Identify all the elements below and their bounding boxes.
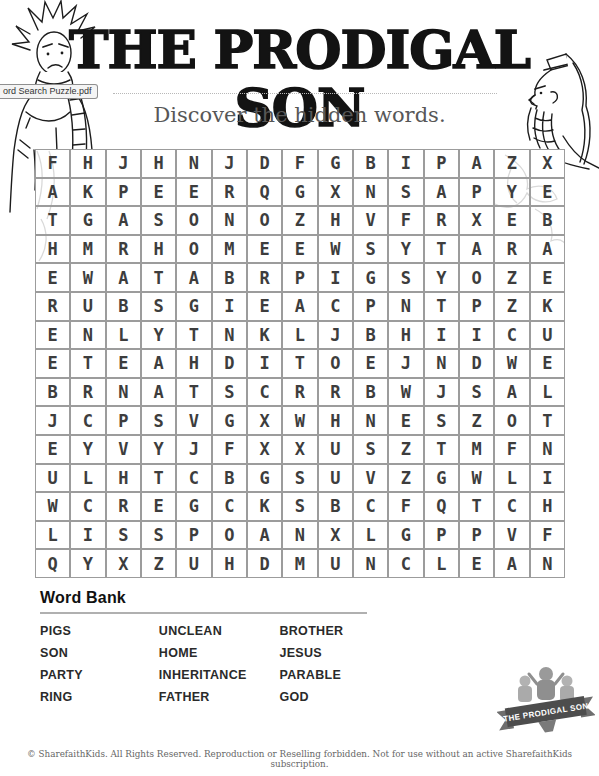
- grid-cell-r9c14: A: [494, 378, 529, 407]
- grid-cell-r13c1: W: [35, 492, 70, 521]
- grid-cell-r12c14: L: [494, 464, 529, 493]
- grid-cell-r11c10: S: [353, 435, 388, 464]
- grid-cell-r2c1: A: [35, 178, 70, 207]
- grid-cell-r12c12: G: [424, 464, 459, 493]
- grid-cell-r5c7: R: [247, 263, 282, 292]
- grid-cell-r3c1: T: [35, 206, 70, 235]
- grid-cell-r4c3: R: [106, 235, 141, 264]
- grid-cell-r15c9: U: [318, 549, 353, 578]
- grid-cell-r10c4: S: [141, 406, 176, 435]
- grid-cell-r13c10: C: [353, 492, 388, 521]
- grid-cell-r12c6: B: [212, 464, 247, 493]
- grid-cell-r7c7: K: [247, 321, 282, 350]
- grid-cell-r2c14: Y: [494, 178, 529, 207]
- pdf-filename-tooltip: ord Search Puzzle.pdf: [0, 84, 98, 99]
- grid-cell-r11c8: X: [282, 435, 317, 464]
- word-bank-word: PARTY: [40, 664, 159, 686]
- grid-cell-r6c6: I: [212, 292, 247, 321]
- grid-cell-r2c6: R: [212, 178, 247, 207]
- grid-cell-r1c14: Z: [494, 149, 529, 178]
- grid-cell-r14c10: L: [353, 521, 388, 550]
- grid-cell-r4c2: M: [70, 235, 105, 264]
- grid-cell-r6c7: E: [247, 292, 282, 321]
- grid-cell-r1c13: A: [459, 149, 494, 178]
- grid-cell-r13c6: C: [212, 492, 247, 521]
- grid-cell-r7c1: E: [35, 321, 70, 350]
- grid-cell-r6c5: G: [176, 292, 211, 321]
- grid-cell-r11c2: Y: [70, 435, 105, 464]
- grid-cell-r1c12: P: [424, 149, 459, 178]
- grid-cell-r3c10: V: [353, 206, 388, 235]
- grid-cell-r9c10: B: [353, 378, 388, 407]
- prodigal-son-badge-logo: THE PRODIGAL SON: [497, 660, 595, 752]
- grid-cell-r14c15: F: [530, 521, 565, 550]
- grid-cell-r5c14: Z: [494, 263, 529, 292]
- grid-cell-r6c1: R: [35, 292, 70, 321]
- grid-cell-r2c8: G: [282, 178, 317, 207]
- copyright-footer: © SharefaithKids. All Rights Reserved. R…: [0, 749, 599, 769]
- word-bank-word: GOD: [279, 686, 380, 708]
- grid-cell-r1c15: X: [530, 149, 565, 178]
- grid-cell-r5c6: B: [212, 263, 247, 292]
- grid-cell-r8c7: I: [247, 349, 282, 378]
- word-bank-divider: [40, 612, 367, 614]
- grid-cell-r4c14: R: [494, 235, 529, 264]
- grid-cell-r2c12: A: [424, 178, 459, 207]
- grid-cell-r7c8: L: [282, 321, 317, 350]
- grid-cell-r6c8: A: [282, 292, 317, 321]
- grid-cell-r8c9: O: [318, 349, 353, 378]
- grid-cell-r11c6: F: [212, 435, 247, 464]
- grid-cell-r14c13: P: [459, 521, 494, 550]
- grid-cell-r8c15: E: [530, 349, 565, 378]
- grid-cell-r13c5: G: [176, 492, 211, 521]
- grid-cell-r5c3: A: [106, 263, 141, 292]
- word-bank-word: FATHER: [159, 686, 280, 708]
- grid-cell-r12c2: L: [70, 464, 105, 493]
- grid-cell-r14c3: S: [106, 521, 141, 550]
- grid-cell-r15c12: L: [424, 549, 459, 578]
- grid-cell-r4c8: E: [282, 235, 317, 264]
- grid-cell-r7c6: N: [212, 321, 247, 350]
- grid-cell-r4c15: A: [530, 235, 565, 264]
- grid-cell-r12c5: C: [176, 464, 211, 493]
- grid-cell-r11c13: M: [459, 435, 494, 464]
- grid-cell-r6c11: N: [388, 292, 423, 321]
- grid-cell-r11c9: U: [318, 435, 353, 464]
- grid-cell-r10c7: X: [247, 406, 282, 435]
- grid-cell-r8c13: D: [459, 349, 494, 378]
- grid-cell-r11c5: J: [176, 435, 211, 464]
- word-bank-word: JESUS: [279, 642, 380, 664]
- page-subtitle: Discover the hidden words.: [0, 103, 599, 127]
- grid-cell-r8c3: E: [106, 349, 141, 378]
- grid-cell-r11c12: T: [424, 435, 459, 464]
- grid-cell-r2c4: E: [141, 178, 176, 207]
- word-bank-word: INHERITANCE: [159, 664, 280, 686]
- grid-cell-r8c5: H: [176, 349, 211, 378]
- grid-cell-r1c5: N: [176, 149, 211, 178]
- grid-cell-r14c6: O: [212, 521, 247, 550]
- grid-cell-r12c15: I: [530, 464, 565, 493]
- grid-cell-r2c7: Q: [247, 178, 282, 207]
- word-bank-word: SON: [40, 642, 159, 664]
- grid-cell-r11c3: V: [106, 435, 141, 464]
- grid-cell-r4c7: E: [247, 235, 282, 264]
- grid-cell-r3c5: O: [176, 206, 211, 235]
- grid-cell-r3c8: Z: [282, 206, 317, 235]
- grid-cell-r10c14: O: [494, 406, 529, 435]
- grid-cell-r10c8: W: [282, 406, 317, 435]
- grid-cell-r11c4: Y: [141, 435, 176, 464]
- word-search-puzzle-page: ord Search Puzzle.pdf THE PRODIGAL SON D…: [0, 0, 599, 776]
- grid-cell-r7c11: H: [388, 321, 423, 350]
- grid-cell-r9c8: R: [282, 378, 317, 407]
- grid-cell-r11c1: E: [35, 435, 70, 464]
- grid-cell-r3c12: R: [424, 206, 459, 235]
- grid-cell-r3c7: O: [247, 206, 282, 235]
- grid-cell-r9c12: J: [424, 378, 459, 407]
- grid-cell-r8c14: W: [494, 349, 529, 378]
- grid-cell-r10c6: G: [212, 406, 247, 435]
- grid-cell-r13c2: C: [70, 492, 105, 521]
- grid-cell-r15c5: U: [176, 549, 211, 578]
- word-bank-column-3: BROTHERJESUSPARABLEGOD: [279, 620, 380, 708]
- grid-cell-r14c5: P: [176, 521, 211, 550]
- grid-cell-r2c9: X: [318, 178, 353, 207]
- grid-cell-r9c2: R: [70, 378, 105, 407]
- grid-cell-r5c11: S: [388, 263, 423, 292]
- word-bank-column-1: PIGSSONPARTYRING: [40, 620, 159, 708]
- grid-cell-r15c8: M: [282, 549, 317, 578]
- grid-cell-r14c1: L: [35, 521, 70, 550]
- grid-cell-r3c2: G: [70, 206, 105, 235]
- grid-cell-r13c8: S: [282, 492, 317, 521]
- grid-cell-r6c4: S: [141, 292, 176, 321]
- grid-cell-r8c12: N: [424, 349, 459, 378]
- grid-cell-r3c4: S: [141, 206, 176, 235]
- grid-cell-r9c4: A: [141, 378, 176, 407]
- grid-cell-r3c6: N: [212, 206, 247, 235]
- grid-cell-r5c9: I: [318, 263, 353, 292]
- grid-cell-r1c4: H: [141, 149, 176, 178]
- grid-cell-r11c11: Z: [388, 435, 423, 464]
- grid-cell-r1c10: B: [353, 149, 388, 178]
- grid-cell-r12c7: G: [247, 464, 282, 493]
- grid-cell-r7c12: I: [424, 321, 459, 350]
- grid-cell-r5c15: E: [530, 263, 565, 292]
- grid-cell-r14c14: V: [494, 521, 529, 550]
- grid-cell-r3c14: E: [494, 206, 529, 235]
- grid-cell-r3c15: B: [530, 206, 565, 235]
- grid-cell-r9c3: N: [106, 378, 141, 407]
- grid-cell-r13c11: F: [388, 492, 423, 521]
- grid-cell-r1c11: I: [388, 149, 423, 178]
- grid-cell-r2c3: P: [106, 178, 141, 207]
- grid-cell-r8c2: T: [70, 349, 105, 378]
- grid-cell-r10c9: H: [318, 406, 353, 435]
- grid-cell-r12c11: Z: [388, 464, 423, 493]
- grid-cell-r5c5: A: [176, 263, 211, 292]
- grid-cell-r15c7: D: [247, 549, 282, 578]
- grid-cell-r2c11: S: [388, 178, 423, 207]
- grid-cell-r10c2: C: [70, 406, 105, 435]
- grid-cell-r7c2: N: [70, 321, 105, 350]
- grid-cell-r15c14: A: [494, 549, 529, 578]
- grid-cell-r6c13: P: [459, 292, 494, 321]
- grid-cell-r5c1: E: [35, 263, 70, 292]
- grid-cell-r8c8: T: [282, 349, 317, 378]
- grid-cell-r1c6: J: [212, 149, 247, 178]
- grid-cell-r15c2: Y: [70, 549, 105, 578]
- grid-cell-r15c15: N: [530, 549, 565, 578]
- grid-cell-r15c13: E: [459, 549, 494, 578]
- grid-cell-r10c5: V: [176, 406, 211, 435]
- grid-cell-r6c15: K: [530, 292, 565, 321]
- grid-cell-r4c5: O: [176, 235, 211, 264]
- grid-cell-r8c1: E: [35, 349, 70, 378]
- grid-cell-r10c11: E: [388, 406, 423, 435]
- word-bank-word: HOME: [159, 642, 280, 664]
- grid-cell-r9c15: L: [530, 378, 565, 407]
- grid-cell-r13c4: E: [141, 492, 176, 521]
- grid-cell-r14c7: A: [247, 521, 282, 550]
- grid-cell-r14c12: P: [424, 521, 459, 550]
- grid-cell-r15c6: H: [212, 549, 247, 578]
- word-search-grid: FHJHNJDFGBIPAZXAKPEERQGXNSAPYETGASONOZHV…: [35, 149, 565, 578]
- grid-cell-r7c15: U: [530, 321, 565, 350]
- grid-cell-r6c9: C: [318, 292, 353, 321]
- grid-cell-r9c13: S: [459, 378, 494, 407]
- grid-cell-r13c7: K: [247, 492, 282, 521]
- grid-cell-r1c3: J: [106, 149, 141, 178]
- grid-cell-r7c13: I: [459, 321, 494, 350]
- grid-cell-r4c12: T: [424, 235, 459, 264]
- grid-cell-r9c11: W: [388, 378, 423, 407]
- word-bank-word: RING: [40, 686, 159, 708]
- grid-cell-r14c2: I: [70, 521, 105, 550]
- grid-cell-r8c6: D: [212, 349, 247, 378]
- word-bank-word: PARABLE: [279, 664, 380, 686]
- grid-cell-r9c9: R: [318, 378, 353, 407]
- grid-cell-r7c5: T: [176, 321, 211, 350]
- grid-cell-r14c11: G: [388, 521, 423, 550]
- grid-cell-r3c9: H: [318, 206, 353, 235]
- grid-cell-r13c12: Q: [424, 492, 459, 521]
- word-bank-title: Word Bank: [40, 589, 126, 607]
- grid-cell-r13c9: B: [318, 492, 353, 521]
- grid-cell-r5c10: G: [353, 263, 388, 292]
- grid-cell-r7c10: B: [353, 321, 388, 350]
- grid-cell-r4c4: H: [141, 235, 176, 264]
- word-bank-word: UNCLEAN: [159, 620, 280, 642]
- grid-cell-r14c9: X: [318, 521, 353, 550]
- grid-cell-r14c4: S: [141, 521, 176, 550]
- grid-cell-r15c4: Z: [141, 549, 176, 578]
- grid-cell-r3c3: A: [106, 206, 141, 235]
- grid-cell-r6c2: U: [70, 292, 105, 321]
- grid-cell-r2c5: E: [176, 178, 211, 207]
- grid-cell-r15c11: C: [388, 549, 423, 578]
- grid-cell-r15c1: Q: [35, 549, 70, 578]
- grid-cell-r5c4: T: [141, 263, 176, 292]
- grid-cell-r1c8: F: [282, 149, 317, 178]
- grid-cell-r5c2: W: [70, 263, 105, 292]
- grid-cell-r14c8: N: [282, 521, 317, 550]
- grid-cell-r12c3: H: [106, 464, 141, 493]
- grid-cell-r10c1: J: [35, 406, 70, 435]
- grid-cell-r5c12: Y: [424, 263, 459, 292]
- grid-cell-r10c10: N: [353, 406, 388, 435]
- grid-cell-r2c10: N: [353, 178, 388, 207]
- grid-cell-r1c2: H: [70, 149, 105, 178]
- grid-cell-r15c3: X: [106, 549, 141, 578]
- grid-cell-r8c4: A: [141, 349, 176, 378]
- grid-cell-r12c13: W: [459, 464, 494, 493]
- grid-cell-r8c11: J: [388, 349, 423, 378]
- grid-cell-r12c8: S: [282, 464, 317, 493]
- grid-cell-r2c2: K: [70, 178, 105, 207]
- grid-cell-r9c7: C: [247, 378, 282, 407]
- grid-cell-r11c15: N: [530, 435, 565, 464]
- grid-cell-r7c4: Y: [141, 321, 176, 350]
- grid-cell-r5c8: P: [282, 263, 317, 292]
- grid-cell-r3c11: F: [388, 206, 423, 235]
- grid-cell-r7c9: J: [318, 321, 353, 350]
- grid-cell-r10c13: Z: [459, 406, 494, 435]
- word-bank-column-2: UNCLEANHOMEINHERITANCEFATHER: [159, 620, 280, 708]
- word-bank: PIGSSONPARTYRING UNCLEANHOMEINHERITANCEF…: [40, 620, 380, 708]
- grid-cell-r12c9: U: [318, 464, 353, 493]
- grid-cell-r3c13: X: [459, 206, 494, 235]
- grid-cell-r4c1: H: [35, 235, 70, 264]
- grid-cell-r4c6: M: [212, 235, 247, 264]
- grid-cell-r13c14: C: [494, 492, 529, 521]
- grid-cell-r2c15: E: [530, 178, 565, 207]
- grid-cell-r6c14: Z: [494, 292, 529, 321]
- grid-cell-r8c10: E: [353, 349, 388, 378]
- grid-cell-r4c10: S: [353, 235, 388, 264]
- grid-cell-r6c3: B: [106, 292, 141, 321]
- grid-cell-r12c10: V: [353, 464, 388, 493]
- grid-cell-r6c10: P: [353, 292, 388, 321]
- grid-cell-r13c3: R: [106, 492, 141, 521]
- grid-cell-r7c14: C: [494, 321, 529, 350]
- grid-cell-r6c12: T: [424, 292, 459, 321]
- grid-cell-r11c14: F: [494, 435, 529, 464]
- grid-cell-r15c10: N: [353, 549, 388, 578]
- grid-cell-r12c4: T: [141, 464, 176, 493]
- grid-cell-r4c11: Y: [388, 235, 423, 264]
- grid-cell-r11c7: X: [247, 435, 282, 464]
- grid-cell-r13c13: T: [459, 492, 494, 521]
- word-bank-word: BROTHER: [279, 620, 380, 642]
- grid-cell-r9c5: T: [176, 378, 211, 407]
- grid-cell-r1c9: G: [318, 149, 353, 178]
- grid-cell-r13c15: H: [530, 492, 565, 521]
- grid-cell-r5c13: O: [459, 263, 494, 292]
- grid-cell-r1c7: D: [247, 149, 282, 178]
- grid-cell-r10c15: T: [530, 406, 565, 435]
- word-bank-word: PIGS: [40, 620, 159, 642]
- grid-cell-r9c6: S: [212, 378, 247, 407]
- grid-cell-r4c13: A: [459, 235, 494, 264]
- grid-cell-r4c9: W: [318, 235, 353, 264]
- grid-cell-r9c1: B: [35, 378, 70, 407]
- grid-cell-r10c12: S: [424, 406, 459, 435]
- grid-cell-r12c1: U: [35, 464, 70, 493]
- title-divider: [113, 93, 497, 94]
- grid-cell-r1c1: F: [35, 149, 70, 178]
- grid-cell-r10c3: P: [106, 406, 141, 435]
- grid-cell-r2c13: P: [459, 178, 494, 207]
- grid-cell-r7c3: L: [106, 321, 141, 350]
